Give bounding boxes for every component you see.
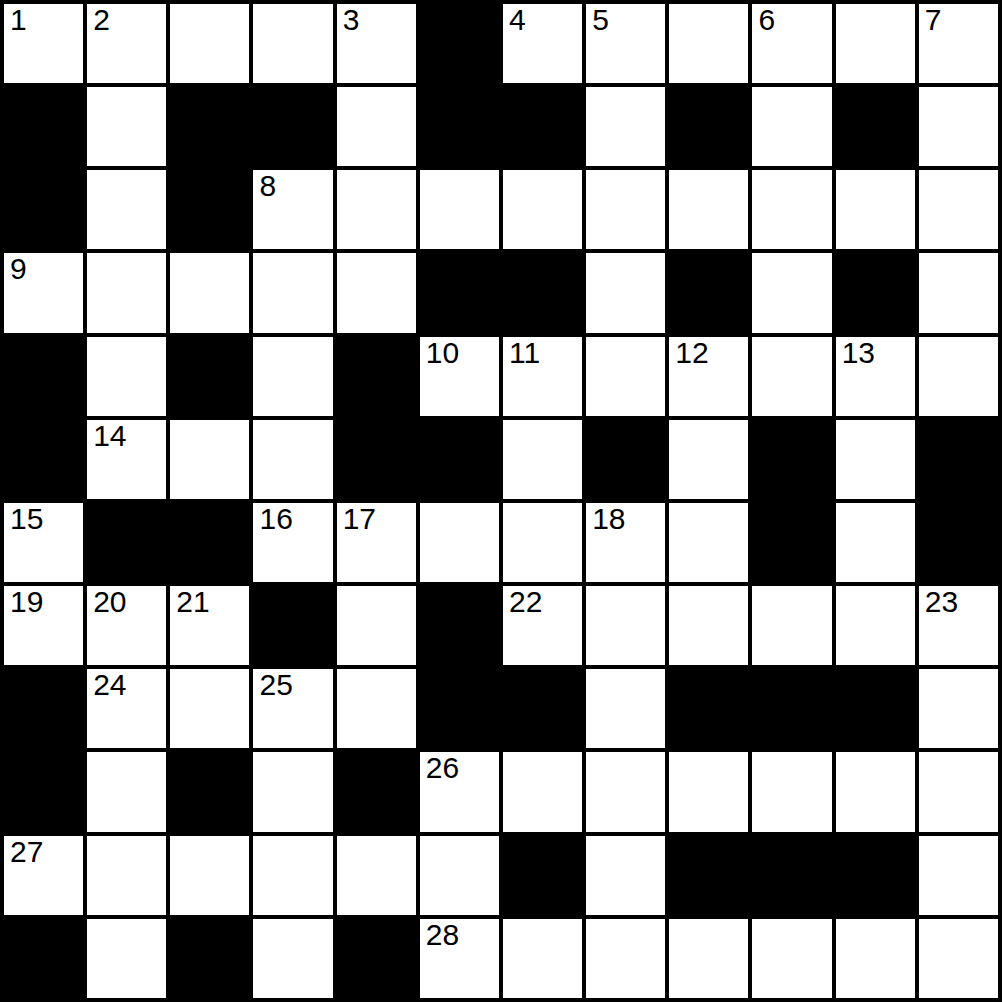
block-cell-r11c9 [667, 834, 750, 917]
block-cell-r9c9 [667, 667, 750, 750]
clue-number: 26 [426, 753, 459, 783]
cell-r1c9[interactable] [667, 2, 750, 85]
cell-r9c2[interactable]: 24 [85, 667, 168, 750]
cell-r9c12[interactable] [917, 667, 1000, 750]
cell-r3c2[interactable] [85, 168, 168, 251]
cell-r1c12[interactable]: 7 [917, 2, 1000, 85]
cell-r9c3[interactable] [168, 667, 251, 750]
cell-r9c8[interactable] [584, 667, 667, 750]
block-cell-r1c6 [418, 2, 501, 85]
cell-r8c3[interactable]: 21 [168, 584, 251, 667]
cell-r2c2[interactable] [85, 85, 168, 168]
cell-r5c4[interactable] [251, 335, 334, 418]
cell-r12c4[interactable] [251, 917, 334, 1000]
cell-r5c2[interactable] [85, 335, 168, 418]
cell-r8c5[interactable] [335, 584, 418, 667]
cell-r1c8[interactable]: 5 [584, 2, 667, 85]
cell-r12c10[interactable] [750, 917, 833, 1000]
cell-r10c7[interactable] [501, 750, 584, 833]
cell-r1c10[interactable]: 6 [750, 2, 833, 85]
cell-r5c8[interactable] [584, 335, 667, 418]
cell-r3c4[interactable]: 8 [251, 168, 334, 251]
cell-r12c9[interactable] [667, 917, 750, 1000]
clue-number: 12 [675, 338, 708, 368]
cell-r1c4[interactable] [251, 2, 334, 85]
cell-r1c5[interactable]: 3 [335, 2, 418, 85]
cell-r12c6[interactable]: 28 [418, 917, 501, 1000]
block-cell-r2c6 [418, 85, 501, 168]
cell-r6c9[interactable] [667, 418, 750, 501]
cell-r12c8[interactable] [584, 917, 667, 1000]
cell-r11c8[interactable] [584, 834, 667, 917]
block-cell-r2c11 [834, 85, 917, 168]
cell-r6c7[interactable] [501, 418, 584, 501]
block-cell-r10c3 [168, 750, 251, 833]
crossword-grid: 1234567891011121314151617181920212223242… [0, 0, 1002, 1002]
block-cell-r9c1 [2, 667, 85, 750]
cell-r11c6[interactable] [418, 834, 501, 917]
cell-r10c12[interactable] [917, 750, 1000, 833]
clue-number: 3 [343, 5, 360, 35]
cell-r10c8[interactable] [584, 750, 667, 833]
cell-r4c3[interactable] [168, 251, 251, 334]
cell-r10c10[interactable] [750, 750, 833, 833]
clue-number: 16 [259, 504, 292, 534]
block-cell-r11c10 [750, 834, 833, 917]
block-cell-r7c2 [85, 501, 168, 584]
clue-number: 6 [758, 5, 775, 35]
cell-r5c11[interactable]: 13 [834, 335, 917, 418]
cell-r7c7[interactable] [501, 501, 584, 584]
block-cell-r3c3 [168, 168, 251, 251]
block-cell-r2c7 [501, 85, 584, 168]
cell-r3c10[interactable] [750, 168, 833, 251]
block-cell-r4c9 [667, 251, 750, 334]
cell-r11c2[interactable] [85, 834, 168, 917]
cell-r11c3[interactable] [168, 834, 251, 917]
cell-r12c7[interactable] [501, 917, 584, 1000]
cell-r3c8[interactable] [584, 168, 667, 251]
cell-r7c11[interactable] [834, 501, 917, 584]
cell-r6c3[interactable] [168, 418, 251, 501]
block-cell-r2c4 [251, 85, 334, 168]
block-cell-r4c7 [501, 251, 584, 334]
cell-r9c5[interactable] [335, 667, 418, 750]
clue-number: 19 [10, 587, 43, 617]
block-cell-r12c5 [335, 917, 418, 1000]
cell-r2c12[interactable] [917, 85, 1000, 168]
cell-r1c1[interactable]: 1 [2, 2, 85, 85]
clue-number: 9 [10, 254, 27, 284]
cell-r4c12[interactable] [917, 251, 1000, 334]
clue-number: 27 [10, 837, 43, 867]
cell-r5c10[interactable] [750, 335, 833, 418]
cell-r8c8[interactable] [584, 584, 667, 667]
cell-r11c5[interactable] [335, 834, 418, 917]
clue-number: 10 [426, 338, 459, 368]
clue-number: 24 [93, 670, 126, 700]
cell-r1c11[interactable] [834, 2, 917, 85]
cell-r10c2[interactable] [85, 750, 168, 833]
clue-number: 5 [592, 5, 609, 35]
cell-r3c9[interactable] [667, 168, 750, 251]
block-cell-r7c12 [917, 501, 1000, 584]
cell-r3c11[interactable] [834, 168, 917, 251]
cell-r11c1[interactable]: 27 [2, 834, 85, 917]
cell-r12c2[interactable] [85, 917, 168, 1000]
cell-r4c1[interactable]: 9 [2, 251, 85, 334]
block-cell-r10c1 [2, 750, 85, 833]
clue-number: 17 [343, 504, 376, 534]
cell-r3c7[interactable] [501, 168, 584, 251]
cell-r3c5[interactable] [335, 168, 418, 251]
cell-r4c8[interactable] [584, 251, 667, 334]
block-cell-r4c11 [834, 251, 917, 334]
clue-number: 4 [509, 5, 526, 35]
cell-r8c1[interactable]: 19 [2, 584, 85, 667]
block-cell-r9c10 [750, 667, 833, 750]
cell-r8c9[interactable] [667, 584, 750, 667]
cell-r1c3[interactable] [168, 2, 251, 85]
cell-r7c9[interactable] [667, 501, 750, 584]
cell-r11c4[interactable] [251, 834, 334, 917]
block-cell-r11c11 [834, 834, 917, 917]
cell-r5c9[interactable]: 12 [667, 335, 750, 418]
block-cell-r7c10 [750, 501, 833, 584]
cell-r8c2[interactable]: 20 [85, 584, 168, 667]
clue-number: 8 [259, 171, 276, 201]
clue-number: 7 [925, 5, 942, 35]
block-cell-r9c11 [834, 667, 917, 750]
block-cell-r6c10 [750, 418, 833, 501]
clue-number: 11 [509, 338, 540, 368]
cell-r11c12[interactable] [917, 834, 1000, 917]
cell-r2c5[interactable] [335, 85, 418, 168]
cell-r6c4[interactable] [251, 418, 334, 501]
clue-number: 23 [925, 587, 958, 617]
block-cell-r5c1 [2, 335, 85, 418]
clue-number: 25 [259, 670, 292, 700]
cell-r10c6[interactable]: 26 [418, 750, 501, 833]
cell-r4c10[interactable] [750, 251, 833, 334]
cell-r8c10[interactable] [750, 584, 833, 667]
block-cell-r4c6 [418, 251, 501, 334]
cell-r8c7[interactable]: 22 [501, 584, 584, 667]
cell-r1c7[interactable]: 4 [501, 2, 584, 85]
cell-r7c5[interactable]: 17 [335, 501, 418, 584]
block-cell-r3c1 [2, 168, 85, 251]
block-cell-r9c7 [501, 667, 584, 750]
cell-r8c12[interactable]: 23 [917, 584, 1000, 667]
cell-r1c2[interactable]: 2 [85, 2, 168, 85]
cell-r4c5[interactable] [335, 251, 418, 334]
block-cell-r8c4 [251, 584, 334, 667]
block-cell-r6c6 [418, 418, 501, 501]
block-cell-r6c12 [917, 418, 1000, 501]
block-cell-r11c7 [501, 834, 584, 917]
block-cell-r12c1 [2, 917, 85, 1000]
clue-number: 18 [592, 504, 625, 534]
cell-r10c11[interactable] [834, 750, 917, 833]
cell-r5c12[interactable] [917, 335, 1000, 418]
block-cell-r6c5 [335, 418, 418, 501]
cell-r3c6[interactable] [418, 168, 501, 251]
clue-number: 13 [842, 338, 875, 368]
clue-number: 15 [10, 504, 43, 534]
cell-r7c8[interactable]: 18 [584, 501, 667, 584]
cell-r6c11[interactable] [834, 418, 917, 501]
clue-number: 20 [93, 587, 126, 617]
cell-r8c11[interactable] [834, 584, 917, 667]
cell-r4c2[interactable] [85, 251, 168, 334]
cell-r7c4[interactable]: 16 [251, 501, 334, 584]
block-cell-r5c5 [335, 335, 418, 418]
cell-r2c8[interactable] [584, 85, 667, 168]
block-cell-r5c3 [168, 335, 251, 418]
cell-r4c4[interactable] [251, 251, 334, 334]
cell-r12c11[interactable] [834, 917, 917, 1000]
cell-r9c4[interactable]: 25 [251, 667, 334, 750]
clue-number: 28 [426, 920, 459, 950]
cell-r5c6[interactable]: 10 [418, 335, 501, 418]
cell-r10c4[interactable] [251, 750, 334, 833]
cell-r12c12[interactable] [917, 917, 1000, 1000]
block-cell-r2c3 [168, 85, 251, 168]
clue-number: 22 [509, 587, 542, 617]
cell-r10c9[interactable] [667, 750, 750, 833]
block-cell-r2c1 [2, 85, 85, 168]
block-cell-r2c9 [667, 85, 750, 168]
cell-r6c2[interactable]: 14 [85, 418, 168, 501]
clue-number: 1 [10, 5, 27, 35]
clue-number: 14 [93, 421, 126, 451]
block-cell-r9c6 [418, 667, 501, 750]
cell-r5c7[interactable]: 11 [501, 335, 584, 418]
cell-r2c10[interactable] [750, 85, 833, 168]
clue-number: 2 [93, 5, 110, 35]
block-cell-r6c8 [584, 418, 667, 501]
block-cell-r10c5 [335, 750, 418, 833]
cell-r7c1[interactable]: 15 [2, 501, 85, 584]
block-cell-r8c6 [418, 584, 501, 667]
cell-r7c6[interactable] [418, 501, 501, 584]
clue-number: 21 [176, 587, 209, 617]
block-cell-r12c3 [168, 917, 251, 1000]
block-cell-r7c3 [168, 501, 251, 584]
cell-r3c12[interactable] [917, 168, 1000, 251]
block-cell-r6c1 [2, 418, 85, 501]
